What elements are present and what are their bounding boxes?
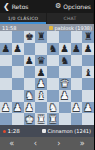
square-f7[interactable]: ♟ bbox=[59, 43, 71, 55]
square-h4[interactable] bbox=[82, 78, 94, 90]
white-pawn[interactable]: ♟ bbox=[60, 90, 69, 101]
player-bar: 1:28 Cinnamon (1241) bbox=[0, 125, 94, 137]
chess-app-screen: ❮ Retos ⚙ Opciones 1/0 CLÁSICO CHAT 11:5… bbox=[0, 0, 94, 150]
chevron-left-icon: ❮ bbox=[3, 3, 10, 11]
square-h6[interactable] bbox=[82, 55, 94, 67]
square-d5[interactable]: ♟ bbox=[35, 66, 47, 78]
square-a4[interactable] bbox=[0, 78, 12, 90]
opponent-name: pablosk (1938) bbox=[49, 25, 92, 31]
top-bar: ❮ Retos ⚙ Opciones bbox=[0, 0, 94, 13]
black-pawn[interactable]: ♟ bbox=[84, 43, 93, 54]
square-a7[interactable]: ♟ bbox=[0, 43, 12, 55]
square-f2[interactable] bbox=[59, 102, 71, 114]
black-pawn[interactable]: ♟ bbox=[60, 43, 69, 54]
square-a6[interactable] bbox=[0, 55, 12, 67]
tab-game[interactable]: 1/0 CLÁSICO bbox=[0, 13, 47, 24]
gear-icon: ⚙ bbox=[55, 3, 61, 10]
move-nav-bar: « ‹ › » bbox=[0, 137, 94, 150]
square-g1[interactable] bbox=[71, 113, 83, 125]
square-c2[interactable]: ♟ bbox=[24, 102, 36, 114]
player-name-label: Cinnamon (1241) bbox=[47, 128, 91, 134]
square-c4[interactable] bbox=[24, 78, 36, 90]
white-knight[interactable]: ♞ bbox=[25, 90, 34, 101]
square-c5[interactable] bbox=[24, 66, 36, 78]
square-d7[interactable] bbox=[35, 43, 47, 55]
nav-prev-move-button[interactable]: ‹ bbox=[24, 137, 48, 150]
square-g3[interactable] bbox=[71, 90, 83, 102]
square-e1[interactable]: ♜ bbox=[47, 113, 59, 125]
square-d3[interactable]: ♝ bbox=[35, 90, 47, 102]
options-button[interactable]: ⚙ Opciones bbox=[55, 3, 91, 10]
square-f4[interactable]: ♛ bbox=[59, 78, 71, 90]
square-f5[interactable] bbox=[59, 66, 71, 78]
white-knight[interactable]: ♞ bbox=[48, 102, 57, 113]
back-button[interactable]: ❮ Retos bbox=[3, 3, 28, 11]
square-e7[interactable]: ♞ bbox=[47, 43, 59, 55]
square-e8[interactable] bbox=[47, 31, 59, 43]
opponent-name-label: pablosk (1938) bbox=[54, 25, 92, 31]
square-d6[interactable]: ♛ bbox=[35, 55, 47, 67]
square-e5[interactable] bbox=[47, 66, 59, 78]
square-a3[interactable] bbox=[0, 90, 12, 102]
square-a8[interactable] bbox=[0, 31, 12, 43]
tab-bar: 1/0 CLÁSICO CHAT bbox=[0, 13, 94, 24]
opponent-badge-icon bbox=[49, 26, 53, 30]
square-g7[interactable]: ♟ bbox=[71, 43, 83, 55]
square-b6[interactable] bbox=[12, 55, 24, 67]
black-queen[interactable]: ♛ bbox=[37, 55, 46, 66]
square-g5[interactable] bbox=[71, 66, 83, 78]
square-b2[interactable]: ♟ bbox=[12, 102, 24, 114]
square-c1[interactable]: ♚ bbox=[24, 113, 36, 125]
opponent-clock: 11:58 bbox=[2, 25, 16, 31]
black-pawn[interactable]: ♟ bbox=[13, 43, 22, 54]
square-b5[interactable] bbox=[12, 66, 24, 78]
black-pawn[interactable]: ♟ bbox=[72, 43, 81, 54]
black-rook[interactable]: ♜ bbox=[84, 31, 93, 42]
square-b1[interactable] bbox=[12, 113, 24, 125]
square-f6[interactable]: ♞ bbox=[59, 55, 71, 67]
square-e6[interactable] bbox=[47, 55, 59, 67]
square-c8[interactable]: ♚ bbox=[24, 31, 36, 43]
player-clock: 1:28 bbox=[3, 128, 20, 134]
turn-indicator-icon bbox=[3, 130, 6, 133]
square-f3[interactable]: ♟ bbox=[59, 90, 71, 102]
square-a2[interactable]: ♟ bbox=[0, 102, 12, 114]
square-d2[interactable] bbox=[35, 102, 47, 114]
square-g4[interactable] bbox=[71, 78, 83, 90]
square-d1[interactable]: ♜ bbox=[35, 113, 47, 125]
back-label: Retos bbox=[12, 3, 29, 10]
square-a5[interactable] bbox=[0, 66, 12, 78]
player-name: Cinnamon (1241) bbox=[42, 128, 91, 134]
square-h1[interactable] bbox=[82, 113, 94, 125]
square-d8[interactable]: ♜ bbox=[35, 31, 47, 43]
nav-first-move-button[interactable]: « bbox=[0, 137, 24, 150]
square-c6[interactable]: ♟ bbox=[24, 55, 36, 67]
white-pawn[interactable]: ♟ bbox=[13, 102, 22, 113]
tab-chat[interactable]: CHAT bbox=[47, 13, 94, 24]
white-queen[interactable]: ♛ bbox=[60, 78, 69, 89]
black-king[interactable]: ♚ bbox=[25, 31, 34, 42]
square-b8[interactable] bbox=[12, 31, 24, 43]
square-d4[interactable]: ♟ bbox=[35, 78, 47, 90]
square-g8[interactable] bbox=[71, 31, 83, 43]
square-e4[interactable] bbox=[47, 78, 59, 90]
white-pawn[interactable]: ♟ bbox=[25, 102, 34, 113]
black-knight[interactable]: ♞ bbox=[48, 43, 57, 54]
nav-last-move-button[interactable]: » bbox=[71, 137, 95, 150]
white-pawn[interactable]: ♟ bbox=[72, 102, 81, 113]
black-bishop[interactable]: ♝ bbox=[84, 67, 93, 78]
square-b3[interactable] bbox=[12, 90, 24, 102]
white-pawn[interactable]: ♟ bbox=[84, 102, 93, 113]
square-h8[interactable]: ♜ bbox=[82, 31, 94, 43]
square-f8[interactable] bbox=[59, 31, 71, 43]
square-e2[interactable]: ♞ bbox=[47, 102, 59, 114]
square-b4[interactable] bbox=[12, 78, 24, 90]
square-c7[interactable] bbox=[24, 43, 36, 55]
tab-game-label: 1/0 CLÁSICO bbox=[8, 16, 39, 21]
white-rook[interactable]: ♜ bbox=[48, 114, 57, 125]
black-rook[interactable]: ♜ bbox=[37, 31, 46, 42]
white-rook[interactable]: ♜ bbox=[37, 114, 46, 125]
player-clock-value: 1:28 bbox=[8, 128, 20, 134]
tab-chat-label: CHAT bbox=[64, 16, 77, 21]
black-knight[interactable]: ♞ bbox=[60, 55, 69, 66]
white-bishop[interactable]: ♝ bbox=[37, 90, 46, 101]
white-pawn[interactable]: ♟ bbox=[1, 102, 10, 113]
player-badge-icon bbox=[42, 129, 46, 133]
square-h7[interactable]: ♟ bbox=[82, 43, 94, 55]
square-h3[interactable] bbox=[82, 90, 94, 102]
opponent-bar: 11:58 pablosk (1938) bbox=[0, 24, 94, 31]
chess-board: ♚♜♜♟♟♞♟♟♟♟♛♞♟♝♟♛♞♝♟♟♟♟♞♟♟♚♜♜ bbox=[0, 31, 94, 125]
options-label: Opciones bbox=[63, 3, 91, 10]
white-king[interactable]: ♚ bbox=[25, 114, 34, 125]
black-pawn[interactable]: ♟ bbox=[1, 43, 10, 54]
square-g2[interactable]: ♟ bbox=[71, 102, 83, 114]
square-e3[interactable] bbox=[47, 90, 59, 102]
square-h5[interactable]: ♝ bbox=[82, 66, 94, 78]
square-h2[interactable]: ♟ bbox=[82, 102, 94, 114]
black-pawn[interactable]: ♟ bbox=[37, 67, 46, 78]
nav-next-move-button[interactable]: › bbox=[47, 137, 71, 150]
black-pawn[interactable]: ♟ bbox=[25, 55, 34, 66]
square-a1[interactable] bbox=[0, 113, 12, 125]
square-c3[interactable]: ♞ bbox=[24, 90, 36, 102]
square-b7[interactable]: ♟ bbox=[12, 43, 24, 55]
white-pawn[interactable]: ♟ bbox=[37, 78, 46, 89]
square-g6[interactable] bbox=[71, 55, 83, 67]
square-f1[interactable] bbox=[59, 113, 71, 125]
